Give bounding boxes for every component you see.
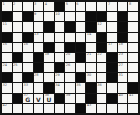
grid-cell[interactable]: 23 (118, 53, 128, 62)
grid-cell[interactable]: 39 (65, 94, 75, 103)
cell-number: 13 (34, 33, 38, 37)
cell-number: 26 (66, 63, 70, 67)
cell-letter: U (44, 94, 54, 103)
grid-cell[interactable]: 34 (55, 83, 65, 92)
grid-cell[interactable]: 17 (107, 43, 117, 52)
block-cell (2, 73, 12, 82)
grid-cell[interactable] (13, 43, 23, 52)
grid-cell[interactable]: 18 (118, 43, 128, 52)
block-cell (23, 33, 33, 42)
grid-cell[interactable]: 9 (34, 12, 44, 21)
grid-cell[interactable]: 8 (128, 2, 138, 11)
cell-number: 9 (34, 12, 36, 16)
grid-cell[interactable] (13, 83, 23, 92)
block-cell (86, 12, 96, 21)
grid-cell[interactable]: 36 (97, 83, 107, 92)
grid-cell[interactable] (76, 94, 86, 103)
grid-cell[interactable] (55, 53, 65, 62)
grid-cell[interactable] (23, 53, 33, 62)
cell-number: 12 (97, 22, 101, 26)
grid-cell[interactable] (55, 22, 65, 31)
grid-cell[interactable] (128, 43, 138, 52)
cell-number: 18 (118, 43, 122, 47)
grid-cell[interactable] (128, 63, 138, 72)
block-cell (107, 63, 117, 72)
grid-cell[interactable] (44, 104, 54, 113)
grid-cell[interactable] (107, 83, 117, 92)
cell-number: 29 (55, 73, 59, 77)
grid-cell[interactable] (97, 104, 107, 113)
grid-cell[interactable]: 37G (23, 94, 33, 103)
grid-cell[interactable] (65, 12, 75, 21)
cell-number: 23 (118, 53, 122, 57)
cell-letter: V (34, 94, 44, 103)
block-cell (97, 33, 107, 42)
block-cell (76, 43, 86, 52)
grid-cell[interactable] (13, 33, 23, 42)
block-cell (44, 43, 54, 52)
grid-cell[interactable] (13, 104, 23, 113)
grid-cell[interactable]: 25 (13, 63, 23, 72)
grid-cell[interactable] (23, 22, 33, 31)
grid-cell[interactable]: V (34, 94, 44, 103)
cell-number: 11 (3, 22, 7, 26)
block-cell (118, 12, 128, 21)
cell-number: 34 (55, 83, 59, 87)
cell-number: 8 (129, 2, 131, 6)
grid-cell[interactable]: 19 (44, 53, 54, 62)
cell-number: 6 (76, 2, 78, 6)
grid-cell[interactable] (34, 22, 44, 31)
grid-cell[interactable]: 26 (65, 63, 75, 72)
grid-cell[interactable]: 33 (23, 83, 33, 92)
grid-cell[interactable] (118, 104, 128, 113)
grid-cell[interactable] (107, 22, 117, 31)
grid-cell[interactable] (23, 63, 33, 72)
block-cell (128, 83, 138, 92)
block-cell (65, 22, 75, 31)
grid-cell[interactable]: 38U (44, 94, 54, 103)
block-cell (34, 63, 44, 72)
grid-cell[interactable]: 16 (23, 43, 33, 52)
block-cell (55, 94, 65, 103)
grid-cell[interactable] (128, 53, 138, 62)
grid-cell[interactable] (97, 94, 107, 103)
cell-number: 22 (97, 53, 101, 57)
block-cell (23, 12, 33, 21)
cell-number: 4 (45, 2, 47, 6)
grid-cell[interactable] (86, 43, 96, 52)
grid-cell[interactable]: 31 (118, 73, 128, 82)
cell-number: 42 (3, 104, 7, 108)
grid-cell[interactable] (97, 73, 107, 82)
grid-cell[interactable] (55, 43, 65, 52)
block-cell (97, 43, 107, 52)
grid-cell[interactable] (34, 104, 44, 113)
grid-cell[interactable]: 13 (34, 33, 44, 42)
grid-cell[interactable]: 10 (55, 12, 65, 21)
grid-cell[interactable] (86, 63, 96, 72)
grid-cell[interactable]: 30 (86, 73, 96, 82)
cell-number: 41 (129, 94, 133, 98)
grid-cell[interactable]: 11 (2, 22, 12, 31)
grid-cell[interactable] (65, 83, 75, 92)
cell-number: 2 (13, 2, 15, 6)
grid-cell[interactable] (23, 104, 33, 113)
grid-cell[interactable] (55, 33, 65, 42)
grid-cell[interactable] (2, 53, 12, 62)
cell-number: 24 (3, 63, 7, 67)
block-cell (44, 83, 54, 92)
block-cell (86, 22, 96, 31)
cell-number: 21 (87, 53, 91, 57)
grid-cell[interactable] (128, 22, 138, 31)
block-cell (55, 2, 65, 11)
grid-cell[interactable] (128, 33, 138, 42)
grid-cell[interactable] (34, 83, 44, 92)
cell-number: 5 (66, 2, 68, 6)
cell-number: 1 (3, 2, 5, 6)
cell-number: 17 (108, 43, 112, 47)
block-cell (34, 53, 44, 62)
cell-number: 32 (3, 83, 7, 87)
grid-cell[interactable] (44, 12, 54, 21)
grid-cell[interactable] (44, 63, 54, 72)
cell-number: 7 (108, 2, 110, 6)
cell-number: 31 (118, 73, 122, 77)
cell-number: 30 (87, 73, 91, 77)
grid-cell[interactable]: 15 (2, 43, 12, 52)
grid-cell[interactable] (65, 104, 75, 113)
block-cell (97, 12, 107, 21)
grid-cell[interactable] (107, 12, 117, 21)
block-cell (13, 53, 23, 62)
grid-cell[interactable]: 35 (76, 83, 86, 92)
cell-number: 19 (45, 53, 49, 57)
grid-cell[interactable] (76, 22, 86, 31)
grid-cell[interactable]: 32 (2, 83, 12, 92)
grid-cell[interactable]: 27 (118, 63, 128, 72)
grid-cell[interactable]: 7 (107, 2, 117, 11)
cell-number: 3 (34, 2, 36, 6)
cell-number: 15 (3, 43, 7, 47)
block-cell (76, 73, 86, 82)
grid-cell[interactable]: 5 (65, 2, 75, 11)
block-cell (76, 53, 86, 62)
grid-cell[interactable]: 42 (2, 104, 12, 113)
grid-cell[interactable]: 28 (34, 73, 44, 82)
grid-cell[interactable] (76, 33, 86, 42)
grid-cell[interactable] (2, 94, 12, 103)
block-cell (86, 94, 96, 103)
grid-cell[interactable]: 21 (86, 53, 96, 62)
grid-cell[interactable] (65, 73, 75, 82)
cell-number: 25 (13, 63, 17, 67)
cell-number: 43 (87, 104, 91, 108)
grid-cell[interactable]: 12 (97, 22, 107, 31)
block-cell (2, 33, 12, 42)
grid-cell[interactable] (13, 12, 23, 21)
cell-letter: G (23, 94, 33, 103)
grid-cell[interactable]: 40 (118, 94, 128, 103)
grid-cell[interactable]: 2 (13, 2, 23, 11)
block-cell (44, 22, 54, 31)
block-cell (13, 94, 23, 103)
cell-number: 16 (24, 43, 28, 47)
grid-cell[interactable] (44, 33, 54, 42)
block-cell (118, 33, 128, 42)
grid-cell[interactable]: 4 (44, 2, 54, 11)
cell-number: 27 (118, 63, 122, 67)
block-cell (23, 73, 33, 82)
grid-cell[interactable] (86, 2, 96, 11)
grid-cell[interactable] (128, 104, 138, 113)
cell-number: 20 (66, 53, 70, 57)
grid-cell[interactable] (13, 73, 23, 82)
cell-number: 36 (97, 83, 101, 87)
cell-number: 14 (87, 33, 91, 37)
block-cell (2, 12, 12, 21)
grid-cell[interactable]: 22 (97, 53, 107, 62)
block-cell (55, 63, 65, 72)
grid-cell[interactable] (13, 22, 23, 31)
grid-cell[interactable]: 3 (34, 2, 44, 11)
block-cell (65, 43, 75, 52)
cell-number: 39 (66, 94, 70, 98)
grid-cell[interactable] (23, 2, 33, 11)
grid-cell[interactable]: 1 (2, 2, 12, 11)
grid-cell[interactable] (107, 104, 117, 113)
grid-cell[interactable] (34, 43, 44, 52)
grid-cell[interactable] (97, 63, 107, 72)
block-cell (107, 73, 117, 82)
block-cell (86, 83, 96, 92)
cell-number: 28 (34, 73, 38, 77)
grid-cell[interactable]: 41 (128, 94, 138, 103)
grid-cell[interactable] (65, 33, 75, 42)
grid-cell[interactable] (76, 63, 86, 72)
grid-cell[interactable] (97, 2, 107, 11)
grid-cell[interactable]: 14 (86, 33, 96, 42)
grid-cell[interactable]: 20 (65, 53, 75, 62)
grid-cell[interactable]: 43 (86, 104, 96, 113)
cell-number: 33 (24, 83, 28, 87)
grid-cell[interactable]: 29 (55, 73, 65, 82)
grid-cell[interactable] (44, 73, 54, 82)
block-cell (118, 22, 128, 31)
grid-cell[interactable] (118, 2, 128, 11)
grid-cell[interactable] (128, 73, 138, 82)
block-cell (107, 53, 117, 62)
grid-cell[interactable] (128, 12, 138, 21)
grid-cell[interactable] (55, 104, 65, 113)
grid-cell[interactable]: 6 (76, 2, 86, 11)
cell-number: 35 (76, 83, 80, 87)
grid-cell[interactable]: 24 (2, 63, 12, 72)
block-cell (107, 94, 117, 103)
grid-cell[interactable] (107, 33, 117, 42)
crossword-grid: 1234567891011121314151617181920212223242… (0, 0, 140, 115)
block-cell (76, 104, 86, 113)
cell-number: 40 (118, 94, 122, 98)
grid-cell[interactable] (118, 83, 128, 92)
grid-cell[interactable] (76, 12, 86, 21)
cell-number: 10 (55, 12, 59, 16)
